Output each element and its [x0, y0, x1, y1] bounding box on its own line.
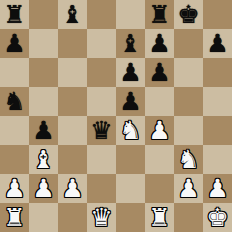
square-h4[interactable] [203, 116, 232, 145]
black-pawn-f6[interactable]: ♟ [148, 58, 170, 87]
white-pawn-a2[interactable]: ♟ [3, 174, 25, 203]
white-knight-e4[interactable]: ♞ [119, 116, 141, 145]
square-d4[interactable]: ♛ [87, 116, 116, 145]
white-rook-f1[interactable]: ♜ [148, 203, 170, 232]
square-h3[interactable] [203, 145, 232, 174]
square-b1[interactable] [29, 203, 58, 232]
square-c5[interactable] [58, 87, 87, 116]
square-b2[interactable]: ♟ [29, 174, 58, 203]
chess-board: ♜♝♜♚♟♝♟♟♟♟♞♟♟♛♞♟♝♞♟♟♟♟♟♜♛♜♚ [0, 0, 232, 232]
square-g8[interactable]: ♚ [174, 0, 203, 29]
square-h5[interactable] [203, 87, 232, 116]
square-f2[interactable] [145, 174, 174, 203]
white-knight-g3[interactable]: ♞ [177, 145, 199, 174]
square-e6[interactable]: ♟ [116, 58, 145, 87]
square-d3[interactable] [87, 145, 116, 174]
square-d1[interactable]: ♛ [87, 203, 116, 232]
square-b4[interactable]: ♟ [29, 116, 58, 145]
white-queen-d1[interactable]: ♛ [90, 203, 112, 232]
square-e7[interactable]: ♝ [116, 29, 145, 58]
black-bishop-e7[interactable]: ♝ [119, 29, 141, 58]
square-e2[interactable] [116, 174, 145, 203]
white-rook-a1[interactable]: ♜ [3, 203, 25, 232]
square-h8[interactable] [203, 0, 232, 29]
square-b3[interactable]: ♝ [29, 145, 58, 174]
square-a1[interactable]: ♜ [0, 203, 29, 232]
square-f1[interactable]: ♜ [145, 203, 174, 232]
square-e4[interactable]: ♞ [116, 116, 145, 145]
square-f7[interactable]: ♟ [145, 29, 174, 58]
black-pawn-b4[interactable]: ♟ [32, 116, 54, 145]
square-a2[interactable]: ♟ [0, 174, 29, 203]
square-a3[interactable] [0, 145, 29, 174]
square-b6[interactable] [29, 58, 58, 87]
square-g4[interactable] [174, 116, 203, 145]
square-b8[interactable] [29, 0, 58, 29]
square-e8[interactable] [116, 0, 145, 29]
black-pawn-h7[interactable]: ♟ [206, 29, 228, 58]
black-queen-d4[interactable]: ♛ [90, 116, 112, 145]
square-d7[interactable] [87, 29, 116, 58]
square-c4[interactable] [58, 116, 87, 145]
square-a6[interactable] [0, 58, 29, 87]
square-a8[interactable]: ♜ [0, 0, 29, 29]
black-pawn-e5[interactable]: ♟ [119, 87, 141, 116]
square-d8[interactable] [87, 0, 116, 29]
square-a7[interactable]: ♟ [0, 29, 29, 58]
white-pawn-h2[interactable]: ♟ [206, 174, 228, 203]
square-f4[interactable]: ♟ [145, 116, 174, 145]
square-d5[interactable] [87, 87, 116, 116]
white-king-h1[interactable]: ♚ [206, 203, 228, 232]
square-d6[interactable] [87, 58, 116, 87]
square-g3[interactable]: ♞ [174, 145, 203, 174]
square-g5[interactable] [174, 87, 203, 116]
white-pawn-c2[interactable]: ♟ [61, 174, 83, 203]
black-pawn-a7[interactable]: ♟ [3, 29, 25, 58]
black-pawn-e6[interactable]: ♟ [119, 58, 141, 87]
square-a5[interactable]: ♞ [0, 87, 29, 116]
square-c7[interactable] [58, 29, 87, 58]
black-knight-a5[interactable]: ♞ [3, 87, 25, 116]
black-bishop-c8[interactable]: ♝ [61, 0, 83, 29]
black-rook-a8[interactable]: ♜ [3, 0, 25, 29]
square-h7[interactable]: ♟ [203, 29, 232, 58]
white-pawn-b2[interactable]: ♟ [32, 174, 54, 203]
square-h6[interactable] [203, 58, 232, 87]
black-king-g8[interactable]: ♚ [177, 0, 199, 29]
square-f6[interactable]: ♟ [145, 58, 174, 87]
square-b7[interactable] [29, 29, 58, 58]
square-g1[interactable] [174, 203, 203, 232]
square-f8[interactable]: ♜ [145, 0, 174, 29]
square-g6[interactable] [174, 58, 203, 87]
square-f5[interactable] [145, 87, 174, 116]
square-g7[interactable] [174, 29, 203, 58]
square-b5[interactable] [29, 87, 58, 116]
square-e1[interactable] [116, 203, 145, 232]
square-g2[interactable]: ♟ [174, 174, 203, 203]
square-c3[interactable] [58, 145, 87, 174]
black-pawn-f7[interactable]: ♟ [148, 29, 170, 58]
square-c1[interactable] [58, 203, 87, 232]
white-pawn-g2[interactable]: ♟ [177, 174, 199, 203]
square-h1[interactable]: ♚ [203, 203, 232, 232]
black-rook-f8[interactable]: ♜ [148, 0, 170, 29]
square-d2[interactable] [87, 174, 116, 203]
square-f3[interactable] [145, 145, 174, 174]
white-bishop-b3[interactable]: ♝ [32, 145, 54, 174]
square-c6[interactable] [58, 58, 87, 87]
square-e5[interactable]: ♟ [116, 87, 145, 116]
square-h2[interactable]: ♟ [203, 174, 232, 203]
white-pawn-f4[interactable]: ♟ [148, 116, 170, 145]
square-c2[interactable]: ♟ [58, 174, 87, 203]
square-a4[interactable] [0, 116, 29, 145]
square-c8[interactable]: ♝ [58, 0, 87, 29]
square-e3[interactable] [116, 145, 145, 174]
